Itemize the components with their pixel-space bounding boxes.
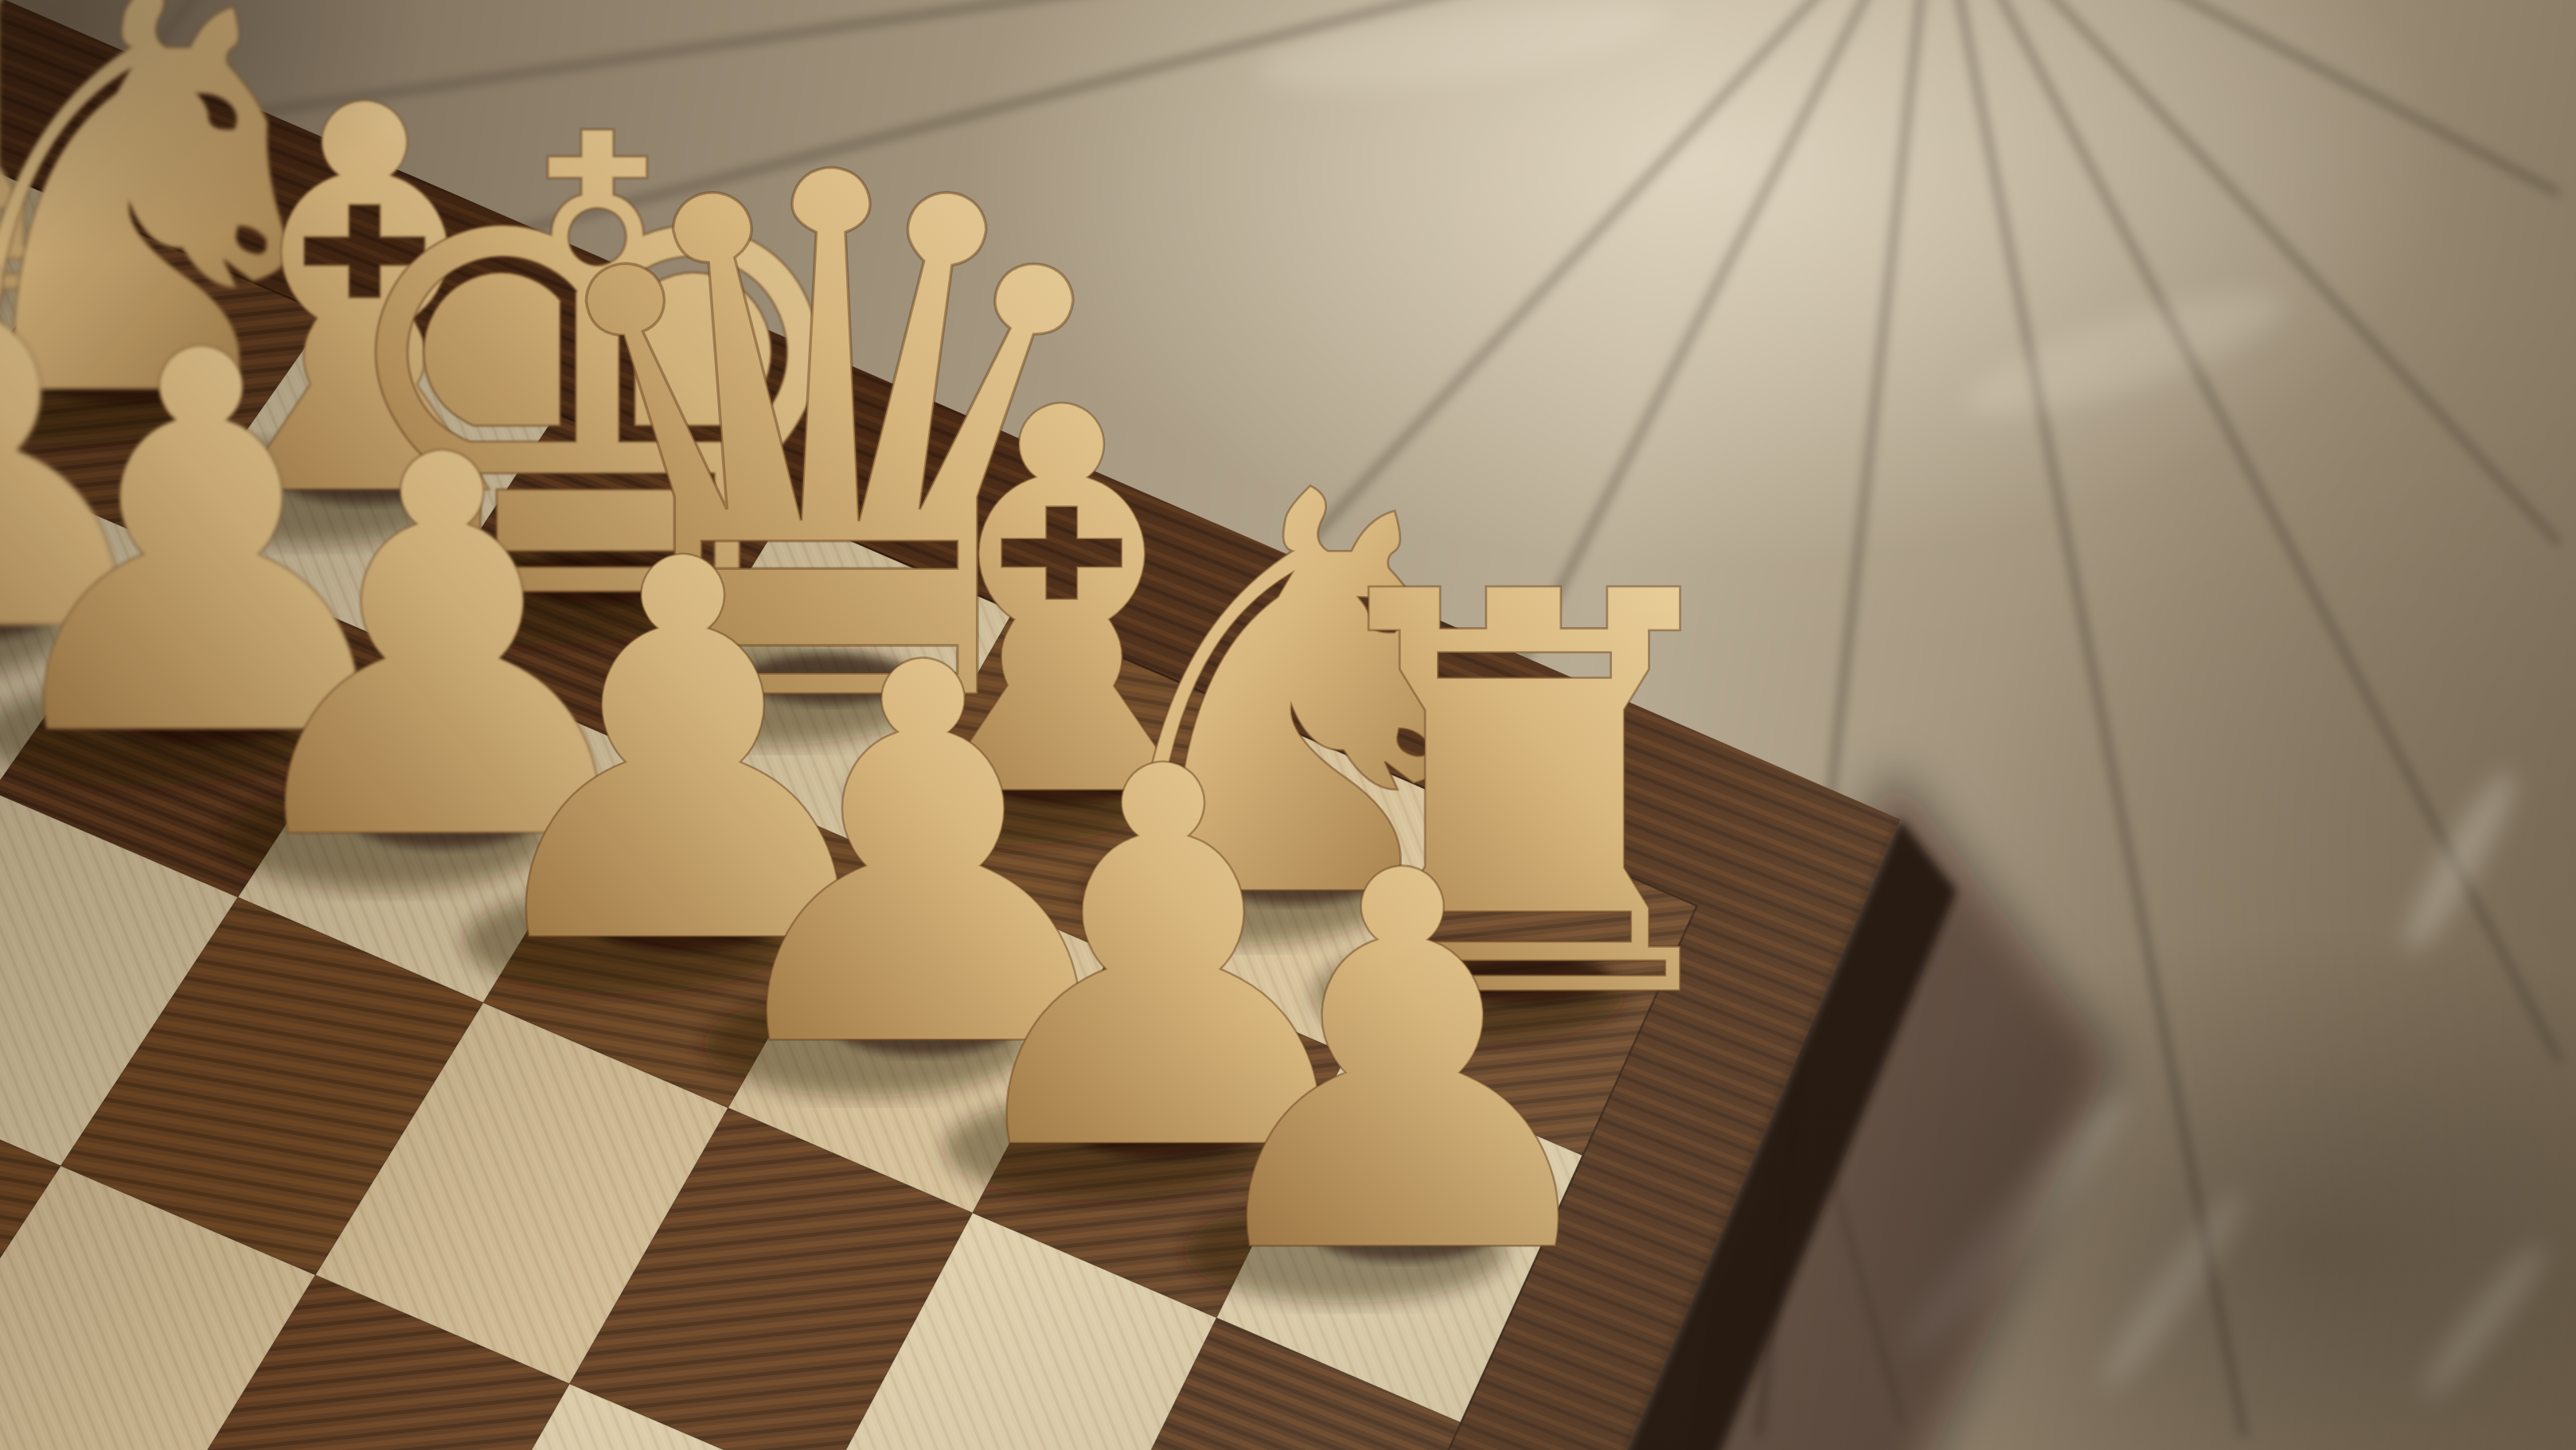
chess-piece-white-pawn-a2[interactable]: ♟ bbox=[1169, 762, 1636, 1368]
piece-group-a2: ♟ bbox=[1169, 762, 1636, 1368]
chessboard-svg: ♜♞♝♚♟♛♟♝♟♞♟♜♟♟♟ bbox=[0, 0, 2576, 1450]
chess-photo-scene: ♜♞♝♚♟♛♟♝♟♞♟♜♟♟♟ bbox=[0, 0, 2576, 1450]
